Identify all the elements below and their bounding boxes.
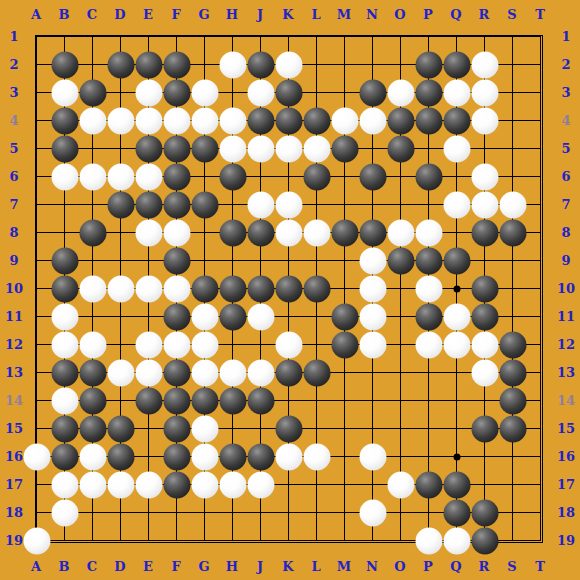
white-stone bbox=[191, 107, 218, 134]
white-stone bbox=[359, 443, 386, 470]
black-stone bbox=[415, 107, 442, 134]
column-label-bottom: H bbox=[226, 560, 238, 573]
black-stone bbox=[79, 359, 106, 386]
row-label-right: 11 bbox=[557, 310, 575, 323]
white-stone bbox=[79, 331, 106, 358]
star-point bbox=[453, 453, 460, 460]
column-label-top: N bbox=[366, 8, 378, 21]
row-label-right: 12 bbox=[557, 338, 575, 351]
black-stone bbox=[275, 275, 302, 302]
white-stone bbox=[247, 191, 274, 218]
black-stone bbox=[163, 79, 190, 106]
black-stone bbox=[191, 191, 218, 218]
white-stone bbox=[415, 331, 442, 358]
row-label-right: 14 bbox=[557, 394, 575, 407]
row-label-left: 12 bbox=[5, 338, 23, 351]
column-label-top: G bbox=[198, 8, 209, 21]
black-stone bbox=[191, 135, 218, 162]
white-stone bbox=[163, 275, 190, 302]
white-stone bbox=[359, 275, 386, 302]
black-stone bbox=[331, 331, 358, 358]
white-stone bbox=[23, 527, 50, 554]
white-stone bbox=[51, 471, 78, 498]
star-point bbox=[453, 285, 460, 292]
white-stone bbox=[303, 219, 330, 246]
white-stone bbox=[219, 359, 246, 386]
white-stone bbox=[415, 219, 442, 246]
black-stone bbox=[443, 247, 470, 274]
black-stone bbox=[163, 303, 190, 330]
black-stone bbox=[247, 51, 274, 78]
black-stone bbox=[275, 79, 302, 106]
column-label-bottom: K bbox=[282, 560, 293, 573]
black-stone bbox=[247, 219, 274, 246]
row-label-left: 5 bbox=[9, 142, 18, 155]
white-stone bbox=[247, 303, 274, 330]
row-label-left: 3 bbox=[9, 86, 18, 99]
white-stone bbox=[135, 331, 162, 358]
row-label-right: 18 bbox=[557, 506, 575, 519]
black-stone bbox=[415, 247, 442, 274]
column-label-bottom: J bbox=[257, 560, 263, 573]
white-stone bbox=[443, 331, 470, 358]
black-stone bbox=[135, 191, 162, 218]
white-stone bbox=[79, 163, 106, 190]
row-label-left: 17 bbox=[5, 478, 23, 491]
black-stone bbox=[471, 415, 498, 442]
white-stone bbox=[163, 107, 190, 134]
go-board[interactable]: AA11BB22CC33DD44EE55FF66GG77HH88JJ99KK10… bbox=[0, 0, 580, 580]
black-stone bbox=[163, 387, 190, 414]
white-stone bbox=[191, 331, 218, 358]
black-stone bbox=[107, 51, 134, 78]
board-grid-line bbox=[512, 36, 513, 541]
white-stone bbox=[107, 471, 134, 498]
white-stone bbox=[415, 527, 442, 554]
white-stone bbox=[387, 219, 414, 246]
black-stone bbox=[191, 387, 218, 414]
row-label-left: 4 bbox=[9, 114, 18, 127]
black-stone bbox=[359, 163, 386, 190]
white-stone bbox=[359, 107, 386, 134]
row-label-left: 13 bbox=[5, 366, 23, 379]
row-label-left: 6 bbox=[9, 170, 18, 183]
black-stone bbox=[359, 79, 386, 106]
black-stone bbox=[499, 219, 526, 246]
row-label-left: 18 bbox=[5, 506, 23, 519]
white-stone bbox=[51, 79, 78, 106]
white-stone bbox=[79, 107, 106, 134]
column-label-top: B bbox=[59, 8, 70, 21]
black-stone bbox=[499, 331, 526, 358]
white-stone bbox=[191, 471, 218, 498]
black-stone bbox=[163, 415, 190, 442]
black-stone bbox=[415, 79, 442, 106]
column-label-top: H bbox=[226, 8, 238, 21]
column-label-top: K bbox=[282, 8, 293, 21]
black-stone bbox=[275, 359, 302, 386]
row-label-right: 8 bbox=[561, 226, 570, 239]
column-label-top: F bbox=[171, 8, 180, 21]
white-stone bbox=[443, 191, 470, 218]
row-label-right: 10 bbox=[557, 282, 575, 295]
black-stone bbox=[163, 51, 190, 78]
row-label-right: 1 bbox=[561, 30, 570, 43]
white-stone bbox=[107, 359, 134, 386]
column-label-top: D bbox=[114, 8, 125, 21]
black-stone bbox=[471, 275, 498, 302]
white-stone bbox=[303, 135, 330, 162]
column-label-top: J bbox=[257, 8, 263, 21]
white-stone bbox=[135, 219, 162, 246]
row-label-right: 3 bbox=[561, 86, 570, 99]
row-label-left: 14 bbox=[5, 394, 23, 407]
white-stone bbox=[107, 107, 134, 134]
white-stone bbox=[51, 303, 78, 330]
column-label-bottom: F bbox=[171, 560, 180, 573]
column-label-bottom: C bbox=[87, 560, 97, 573]
column-label-bottom: M bbox=[337, 560, 351, 573]
column-label-bottom: A bbox=[31, 560, 41, 573]
column-label-bottom: R bbox=[479, 560, 490, 573]
row-label-right: 7 bbox=[561, 198, 570, 211]
white-stone bbox=[275, 443, 302, 470]
black-stone bbox=[51, 415, 78, 442]
black-stone bbox=[247, 443, 274, 470]
row-label-right: 16 bbox=[557, 450, 575, 463]
column-label-bottom: S bbox=[507, 560, 516, 573]
row-label-right: 9 bbox=[561, 254, 570, 267]
board-grid-line bbox=[540, 36, 541, 541]
black-stone bbox=[51, 51, 78, 78]
column-label-top: Q bbox=[450, 8, 461, 21]
black-stone bbox=[443, 499, 470, 526]
black-stone bbox=[163, 471, 190, 498]
white-stone bbox=[471, 359, 498, 386]
black-stone bbox=[163, 163, 190, 190]
row-label-right: 2 bbox=[561, 58, 570, 71]
row-label-left: 16 bbox=[5, 450, 23, 463]
column-label-top: E bbox=[143, 8, 153, 21]
column-label-bottom: B bbox=[59, 560, 70, 573]
black-stone bbox=[303, 107, 330, 134]
black-stone bbox=[163, 191, 190, 218]
column-label-bottom: Q bbox=[450, 560, 461, 573]
white-stone bbox=[443, 79, 470, 106]
white-stone bbox=[275, 135, 302, 162]
white-stone bbox=[135, 275, 162, 302]
white-stone bbox=[359, 331, 386, 358]
row-label-right: 13 bbox=[557, 366, 575, 379]
white-stone bbox=[415, 275, 442, 302]
black-stone bbox=[443, 471, 470, 498]
white-stone bbox=[443, 527, 470, 554]
black-stone bbox=[387, 247, 414, 274]
row-label-right: 6 bbox=[561, 170, 570, 183]
white-stone bbox=[79, 471, 106, 498]
black-stone bbox=[135, 135, 162, 162]
white-stone bbox=[51, 499, 78, 526]
white-stone bbox=[247, 359, 274, 386]
white-stone bbox=[107, 275, 134, 302]
white-stone bbox=[359, 499, 386, 526]
white-stone bbox=[135, 471, 162, 498]
white-stone bbox=[135, 163, 162, 190]
white-stone bbox=[275, 191, 302, 218]
white-stone bbox=[247, 471, 274, 498]
row-label-right: 17 bbox=[557, 478, 575, 491]
white-stone bbox=[135, 107, 162, 134]
black-stone bbox=[79, 219, 106, 246]
black-stone bbox=[107, 443, 134, 470]
column-label-top: C bbox=[87, 8, 97, 21]
black-stone bbox=[443, 107, 470, 134]
white-stone bbox=[471, 51, 498, 78]
white-stone bbox=[79, 275, 106, 302]
black-stone bbox=[219, 303, 246, 330]
column-label-bottom: O bbox=[394, 560, 405, 573]
black-stone bbox=[191, 275, 218, 302]
black-stone bbox=[275, 415, 302, 442]
black-stone bbox=[499, 387, 526, 414]
black-stone bbox=[303, 163, 330, 190]
row-label-right: 4 bbox=[561, 114, 570, 127]
black-stone bbox=[303, 359, 330, 386]
black-stone bbox=[219, 387, 246, 414]
column-label-bottom: E bbox=[143, 560, 153, 573]
black-stone bbox=[51, 359, 78, 386]
column-label-bottom: G bbox=[198, 560, 209, 573]
black-stone bbox=[135, 387, 162, 414]
black-stone bbox=[303, 275, 330, 302]
white-stone bbox=[471, 331, 498, 358]
white-stone bbox=[443, 303, 470, 330]
white-stone bbox=[219, 51, 246, 78]
row-label-left: 2 bbox=[9, 58, 18, 71]
white-stone bbox=[387, 79, 414, 106]
white-stone bbox=[443, 135, 470, 162]
black-stone bbox=[359, 219, 386, 246]
black-stone bbox=[219, 219, 246, 246]
black-stone bbox=[443, 51, 470, 78]
white-stone bbox=[191, 415, 218, 442]
row-label-left: 19 bbox=[5, 534, 23, 547]
white-stone bbox=[163, 331, 190, 358]
black-stone bbox=[219, 275, 246, 302]
black-stone bbox=[415, 471, 442, 498]
row-label-left: 9 bbox=[9, 254, 18, 267]
black-stone bbox=[79, 415, 106, 442]
black-stone bbox=[387, 135, 414, 162]
white-stone bbox=[471, 163, 498, 190]
row-label-left: 11 bbox=[5, 310, 23, 323]
row-label-right: 15 bbox=[557, 422, 575, 435]
column-label-top: A bbox=[31, 8, 41, 21]
black-stone bbox=[219, 163, 246, 190]
white-stone bbox=[387, 471, 414, 498]
row-label-right: 5 bbox=[561, 142, 570, 155]
white-stone bbox=[359, 303, 386, 330]
white-stone bbox=[107, 163, 134, 190]
white-stone bbox=[331, 107, 358, 134]
column-label-top: L bbox=[311, 8, 320, 21]
column-label-top: T bbox=[535, 8, 545, 21]
black-stone bbox=[415, 163, 442, 190]
black-stone bbox=[499, 359, 526, 386]
column-label-top: O bbox=[394, 8, 405, 21]
row-label-left: 10 bbox=[5, 282, 23, 295]
black-stone bbox=[275, 107, 302, 134]
white-stone bbox=[471, 79, 498, 106]
white-stone bbox=[499, 191, 526, 218]
white-stone bbox=[135, 359, 162, 386]
black-stone bbox=[415, 51, 442, 78]
black-stone bbox=[471, 303, 498, 330]
black-stone bbox=[247, 387, 274, 414]
black-stone bbox=[51, 107, 78, 134]
black-stone bbox=[387, 107, 414, 134]
white-stone bbox=[471, 191, 498, 218]
black-stone bbox=[163, 359, 190, 386]
black-stone bbox=[415, 303, 442, 330]
white-stone bbox=[163, 219, 190, 246]
white-stone bbox=[23, 443, 50, 470]
white-stone bbox=[191, 303, 218, 330]
black-stone bbox=[51, 275, 78, 302]
white-stone bbox=[191, 443, 218, 470]
black-stone bbox=[107, 415, 134, 442]
black-stone bbox=[51, 443, 78, 470]
column-label-bottom: P bbox=[423, 560, 433, 573]
white-stone bbox=[359, 247, 386, 274]
black-stone bbox=[247, 275, 274, 302]
white-stone bbox=[219, 107, 246, 134]
black-stone bbox=[51, 135, 78, 162]
column-label-top: M bbox=[337, 8, 351, 21]
column-label-bottom: L bbox=[311, 560, 320, 573]
board-grid-line bbox=[36, 400, 541, 401]
black-stone bbox=[51, 247, 78, 274]
black-stone bbox=[79, 79, 106, 106]
row-label-left: 15 bbox=[5, 422, 23, 435]
black-stone bbox=[331, 219, 358, 246]
row-label-left: 8 bbox=[9, 226, 18, 239]
white-stone bbox=[471, 107, 498, 134]
black-stone bbox=[107, 191, 134, 218]
column-label-top: R bbox=[479, 8, 490, 21]
white-stone bbox=[275, 51, 302, 78]
column-label-top: S bbox=[507, 8, 516, 21]
white-stone bbox=[135, 79, 162, 106]
black-stone bbox=[331, 303, 358, 330]
white-stone bbox=[191, 79, 218, 106]
white-stone bbox=[191, 359, 218, 386]
column-label-bottom: D bbox=[114, 560, 125, 573]
white-stone bbox=[79, 443, 106, 470]
black-stone bbox=[135, 51, 162, 78]
white-stone bbox=[275, 331, 302, 358]
white-stone bbox=[51, 331, 78, 358]
black-stone bbox=[499, 415, 526, 442]
black-stone bbox=[163, 247, 190, 274]
white-stone bbox=[219, 135, 246, 162]
black-stone bbox=[247, 107, 274, 134]
white-stone bbox=[219, 471, 246, 498]
row-label-left: 7 bbox=[9, 198, 18, 211]
row-label-right: 19 bbox=[557, 534, 575, 547]
black-stone bbox=[79, 387, 106, 414]
white-stone bbox=[51, 387, 78, 414]
white-stone bbox=[303, 443, 330, 470]
black-stone bbox=[219, 443, 246, 470]
white-stone bbox=[275, 219, 302, 246]
white-stone bbox=[247, 135, 274, 162]
black-stone bbox=[163, 443, 190, 470]
black-stone bbox=[471, 219, 498, 246]
black-stone bbox=[471, 499, 498, 526]
black-stone bbox=[471, 527, 498, 554]
white-stone bbox=[247, 79, 274, 106]
column-label-bottom: T bbox=[535, 560, 545, 573]
black-stone bbox=[331, 135, 358, 162]
row-label-left: 1 bbox=[9, 30, 18, 43]
white-stone bbox=[51, 163, 78, 190]
black-stone bbox=[163, 135, 190, 162]
column-label-bottom: N bbox=[366, 560, 378, 573]
column-label-top: P bbox=[423, 8, 433, 21]
